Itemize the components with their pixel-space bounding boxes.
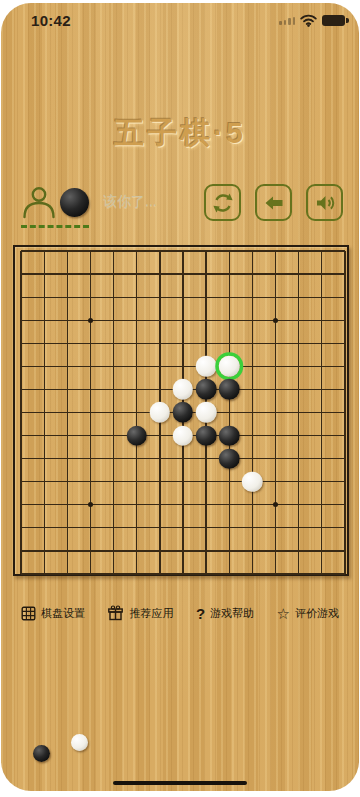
board-cell[interactable]: [125, 401, 148, 424]
battery-icon: [322, 15, 345, 26]
board-cell[interactable]: [333, 424, 356, 447]
board-cell[interactable]: [218, 263, 241, 286]
board-cell[interactable]: [310, 240, 333, 263]
board-cell[interactable]: [171, 263, 194, 286]
board-cell[interactable]: [264, 493, 287, 516]
board-cell[interactable]: [102, 286, 125, 309]
board-cell[interactable]: [10, 240, 33, 263]
board-cell[interactable]: [264, 447, 287, 470]
board-cell[interactable]: [241, 378, 264, 401]
board-cell[interactable]: [171, 401, 194, 424]
status-bar: 10:42: [1, 10, 359, 30]
current-player-indicator: [21, 184, 89, 228]
board-cell[interactable]: [102, 332, 125, 355]
board-cell[interactable]: [33, 240, 56, 263]
board-cell[interactable]: [195, 286, 218, 309]
board-cell[interactable]: [171, 378, 194, 401]
black-stone: [173, 402, 194, 423]
board-cell[interactable]: [125, 378, 148, 401]
board-cell[interactable]: [33, 355, 56, 378]
board-cell[interactable]: [33, 516, 56, 539]
board-cell[interactable]: [333, 240, 356, 263]
board-cell[interactable]: [33, 401, 56, 424]
board-cell[interactable]: [56, 309, 79, 332]
board-cell[interactable]: [125, 240, 148, 263]
board-cell[interactable]: [310, 263, 333, 286]
board-cell[interactable]: [10, 447, 33, 470]
board-cell[interactable]: [102, 516, 125, 539]
board-cell[interactable]: [264, 470, 287, 493]
board-cell[interactable]: [56, 286, 79, 309]
board-cell[interactable]: [310, 401, 333, 424]
board-cell[interactable]: [56, 562, 79, 585]
board-cell[interactable]: [10, 516, 33, 539]
board-cell[interactable]: [264, 286, 287, 309]
board-cell[interactable]: [333, 493, 356, 516]
board-cell[interactable]: [10, 562, 33, 585]
board-cell[interactable]: [218, 493, 241, 516]
board-cell[interactable]: [148, 355, 171, 378]
board-cell[interactable]: [218, 355, 241, 378]
board-cell[interactable]: [33, 309, 56, 332]
board-cell[interactable]: [171, 493, 194, 516]
board-grid: [10, 240, 357, 586]
board-cell[interactable]: [264, 401, 287, 424]
board-cell[interactable]: [79, 378, 102, 401]
toolbar-label: 推荐应用: [129, 606, 173, 621]
black-stone: [219, 425, 240, 446]
white-stone-last-move: [219, 356, 240, 377]
board-cell[interactable]: [264, 424, 287, 447]
board-cell[interactable]: [33, 493, 56, 516]
board-cell[interactable]: [79, 309, 102, 332]
board-cell[interactable]: [79, 470, 102, 493]
board-cell[interactable]: [102, 539, 125, 562]
board-cell[interactable]: [333, 562, 356, 585]
black-stone: [219, 448, 240, 469]
board-cell[interactable]: [125, 562, 148, 585]
board-cell[interactable]: [310, 309, 333, 332]
board-cell[interactable]: [333, 516, 356, 539]
black-stone: [196, 379, 217, 400]
toolbar-label: 游戏帮助: [210, 606, 254, 621]
gomoku-board: [13, 245, 349, 576]
board-cell[interactable]: [56, 424, 79, 447]
board-cell[interactable]: [310, 378, 333, 401]
board-cell[interactable]: [125, 332, 148, 355]
board-cell[interactable]: [333, 332, 356, 355]
board-cell[interactable]: [102, 447, 125, 470]
board-cell[interactable]: [310, 562, 333, 585]
board-settings-button[interactable]: 棋盘设置: [21, 606, 85, 621]
board-cell[interactable]: [56, 401, 79, 424]
board-cell[interactable]: [33, 263, 56, 286]
board-cell[interactable]: [287, 424, 310, 447]
board-cell[interactable]: [195, 355, 218, 378]
board-cell[interactable]: [102, 309, 125, 332]
board-cell[interactable]: [79, 516, 102, 539]
board-cell[interactable]: [56, 516, 79, 539]
board-cell[interactable]: [195, 562, 218, 585]
board-cell[interactable]: [10, 332, 33, 355]
undo-button[interactable]: [255, 184, 292, 221]
board-cell[interactable]: [148, 286, 171, 309]
board-cell[interactable]: [102, 562, 125, 585]
board-cell[interactable]: [56, 263, 79, 286]
board-cell[interactable]: [241, 309, 264, 332]
board-cell[interactable]: [56, 539, 79, 562]
board-cell[interactable]: [10, 493, 33, 516]
board-cell[interactable]: [264, 355, 287, 378]
board-cell[interactable]: [241, 240, 264, 263]
board-cell[interactable]: [218, 447, 241, 470]
black-stone: [126, 425, 147, 446]
board-cell[interactable]: [102, 240, 125, 263]
board-cell[interactable]: [241, 424, 264, 447]
board-cell[interactable]: [10, 539, 33, 562]
board-cell[interactable]: [148, 493, 171, 516]
board-cell[interactable]: [241, 263, 264, 286]
board-cell[interactable]: [125, 447, 148, 470]
board-cell[interactable]: [148, 447, 171, 470]
board-cell[interactable]: [195, 447, 218, 470]
board-cell[interactable]: [33, 286, 56, 309]
white-stone: [242, 471, 263, 492]
board-cell[interactable]: [333, 539, 356, 562]
board-cell[interactable]: [33, 447, 56, 470]
board-cell[interactable]: [333, 286, 356, 309]
board-cell[interactable]: [218, 378, 241, 401]
board-settings-icon: [21, 606, 36, 621]
board-cell[interactable]: [241, 493, 264, 516]
board-cell[interactable]: [287, 263, 310, 286]
board-cell[interactable]: [287, 240, 310, 263]
board-cell[interactable]: [264, 378, 287, 401]
board-cell[interactable]: [56, 355, 79, 378]
board-cell[interactable]: [195, 516, 218, 539]
board-cell[interactable]: [241, 516, 264, 539]
screenshot-root: 10:42 五子棋·5: [0, 0, 360, 797]
board-cell[interactable]: [148, 263, 171, 286]
board-cell[interactable]: [79, 240, 102, 263]
board-cell[interactable]: [218, 240, 241, 263]
board-cell[interactable]: [333, 355, 356, 378]
bottom-toolbar: 棋盘设置 推荐应用 ? 游戏帮助 ☆: [1, 600, 359, 626]
board-cell[interactable]: [125, 424, 148, 447]
user-icon: [21, 184, 57, 220]
board-cell[interactable]: [195, 332, 218, 355]
board-cell[interactable]: [171, 516, 194, 539]
board-cell[interactable]: [287, 516, 310, 539]
board-cell[interactable]: [148, 424, 171, 447]
board-cell[interactable]: [241, 539, 264, 562]
board-cell[interactable]: [125, 263, 148, 286]
board-cell[interactable]: [10, 470, 33, 493]
board-cell[interactable]: [10, 378, 33, 401]
gift-icon: [107, 605, 124, 621]
board-cell[interactable]: [195, 378, 218, 401]
board-cell[interactable]: [287, 286, 310, 309]
board-cell[interactable]: [264, 309, 287, 332]
board-cell[interactable]: [102, 470, 125, 493]
board-cell[interactable]: [148, 470, 171, 493]
board-cell[interactable]: [56, 470, 79, 493]
rate-game-button[interactable]: ☆ 评价游戏: [277, 606, 339, 621]
toolbar-label: 评价游戏: [295, 606, 339, 621]
board-cell[interactable]: [333, 401, 356, 424]
board-cell[interactable]: [148, 562, 171, 585]
board-cell[interactable]: [287, 332, 310, 355]
board-cell[interactable]: [171, 562, 194, 585]
board-cell[interactable]: [218, 286, 241, 309]
board-cell[interactable]: [79, 332, 102, 355]
board-cell[interactable]: [79, 263, 102, 286]
speaker-icon: [313, 191, 337, 215]
board-cell[interactable]: [171, 470, 194, 493]
board-cell[interactable]: [310, 447, 333, 470]
board-cell[interactable]: [333, 263, 356, 286]
board-cell[interactable]: [264, 539, 287, 562]
board-cell[interactable]: [56, 332, 79, 355]
board-cell[interactable]: [287, 355, 310, 378]
board-cell[interactable]: [287, 562, 310, 585]
board-cell[interactable]: [125, 470, 148, 493]
board-cell[interactable]: [79, 539, 102, 562]
board-cell[interactable]: [79, 401, 102, 424]
board-cell[interactable]: [33, 562, 56, 585]
board-cell[interactable]: [33, 424, 56, 447]
board-cell[interactable]: [218, 516, 241, 539]
board-cell[interactable]: [79, 286, 102, 309]
board-cell[interactable]: [310, 424, 333, 447]
home-indicator[interactable]: [113, 781, 247, 786]
board-cell[interactable]: [287, 470, 310, 493]
board-cell[interactable]: [310, 493, 333, 516]
board-cell[interactable]: [195, 539, 218, 562]
board-cell[interactable]: [148, 240, 171, 263]
board-cell[interactable]: [195, 401, 218, 424]
board-cell[interactable]: [56, 240, 79, 263]
board-cell[interactable]: [310, 516, 333, 539]
board-cell[interactable]: [310, 286, 333, 309]
board-cell[interactable]: [148, 378, 171, 401]
app-screen: 10:42 五子棋·5: [1, 3, 359, 791]
board-cell[interactable]: [264, 263, 287, 286]
board-cell[interactable]: [287, 493, 310, 516]
clock: 10:42: [31, 12, 71, 29]
board-cell[interactable]: [287, 539, 310, 562]
board-cell[interactable]: [171, 424, 194, 447]
board-cell[interactable]: [79, 493, 102, 516]
board-cell[interactable]: [56, 378, 79, 401]
board-cell[interactable]: [10, 263, 33, 286]
board-cell[interactable]: [33, 378, 56, 401]
board-cell[interactable]: [79, 447, 102, 470]
board-cell[interactable]: [218, 309, 241, 332]
star-point: [273, 502, 278, 507]
recommended-apps-button[interactable]: 推荐应用: [107, 605, 173, 621]
board-cell[interactable]: [148, 539, 171, 562]
board-cell[interactable]: [125, 286, 148, 309]
board-cell[interactable]: [264, 516, 287, 539]
star-icon: ☆: [277, 606, 290, 621]
board-cell[interactable]: [148, 309, 171, 332]
white-stone: [196, 356, 217, 377]
restart-button[interactable]: [204, 184, 241, 221]
board-cell[interactable]: [102, 493, 125, 516]
board-cell[interactable]: [171, 240, 194, 263]
star-point: [88, 502, 93, 507]
board-cell[interactable]: [56, 447, 79, 470]
board-cell[interactable]: [33, 332, 56, 355]
board-cell[interactable]: [333, 447, 356, 470]
board-cell[interactable]: [241, 332, 264, 355]
board-cell[interactable]: [195, 470, 218, 493]
turn-status-text: 该你了...: [103, 193, 157, 211]
status-icons: [279, 14, 345, 27]
game-help-button[interactable]: ? 游戏帮助: [196, 606, 254, 621]
board-cell[interactable]: [333, 470, 356, 493]
board-cell[interactable]: [10, 424, 33, 447]
board-cell[interactable]: [195, 309, 218, 332]
board-cell[interactable]: [218, 562, 241, 585]
board-cell[interactable]: [102, 355, 125, 378]
board-cell[interactable]: [195, 493, 218, 516]
board-cell[interactable]: [287, 309, 310, 332]
board-cell[interactable]: [310, 332, 333, 355]
board-cell[interactable]: [171, 539, 194, 562]
board-cell[interactable]: [56, 493, 79, 516]
board-cell[interactable]: [148, 401, 171, 424]
board-cell[interactable]: [241, 355, 264, 378]
wifi-icon: [300, 14, 317, 27]
board-cell[interactable]: [102, 378, 125, 401]
board-cell[interactable]: [102, 424, 125, 447]
board-cell[interactable]: [333, 378, 356, 401]
board-cell[interactable]: [10, 401, 33, 424]
board-cell[interactable]: [125, 355, 148, 378]
board-cell[interactable]: [241, 286, 264, 309]
board-cell[interactable]: [79, 424, 102, 447]
board-cell[interactable]: [125, 539, 148, 562]
board-cell[interactable]: [287, 447, 310, 470]
board-cell[interactable]: [33, 539, 56, 562]
white-stone: [173, 425, 194, 446]
board-cell[interactable]: [310, 355, 333, 378]
white-stone: [196, 402, 217, 423]
board-cell[interactable]: [310, 539, 333, 562]
board-cell[interactable]: [287, 401, 310, 424]
decorative-black-stone: [33, 745, 50, 762]
board-cell[interactable]: [218, 401, 241, 424]
board-cell[interactable]: [171, 355, 194, 378]
white-stone: [173, 379, 194, 400]
board-cell[interactable]: [10, 309, 33, 332]
toolbar-label: 棋盘设置: [41, 606, 85, 621]
black-stone: [219, 379, 240, 400]
signal-icon: [279, 16, 295, 25]
game-controls: [204, 184, 343, 221]
board-cell[interactable]: [333, 309, 356, 332]
board-cell[interactable]: [241, 562, 264, 585]
board-cell[interactable]: [33, 470, 56, 493]
page-title: 五子棋·5: [1, 113, 359, 154]
board-cell[interactable]: [218, 332, 241, 355]
black-stone: [196, 425, 217, 446]
board-cell[interactable]: [218, 424, 241, 447]
board-cell[interactable]: [310, 470, 333, 493]
board-cell[interactable]: [171, 309, 194, 332]
player-stone-black: [60, 188, 89, 217]
player-panel: 该你了...: [21, 184, 343, 228]
board-cell[interactable]: [195, 424, 218, 447]
board-cell[interactable]: [264, 332, 287, 355]
board-cell[interactable]: [171, 332, 194, 355]
board-cell[interactable]: [241, 401, 264, 424]
board-cell[interactable]: [10, 286, 33, 309]
board-cell[interactable]: [264, 240, 287, 263]
board-cell[interactable]: [79, 355, 102, 378]
board-cell[interactable]: [241, 447, 264, 470]
board-cell[interactable]: [148, 516, 171, 539]
board-cell[interactable]: [125, 516, 148, 539]
sound-button[interactable]: [306, 184, 343, 221]
white-stone: [150, 402, 171, 423]
decorative-white-stone: [71, 734, 88, 751]
board-cell[interactable]: [79, 562, 102, 585]
question-mark-icon: ?: [196, 606, 205, 621]
board-cell[interactable]: [171, 286, 194, 309]
board-cell[interactable]: [195, 240, 218, 263]
board-cell[interactable]: [218, 470, 241, 493]
restart-icon: [211, 191, 235, 215]
board-cell[interactable]: [125, 309, 148, 332]
star-point: [88, 318, 93, 323]
board-cell[interactable]: [102, 401, 125, 424]
board-cell[interactable]: [102, 263, 125, 286]
board-cell[interactable]: [171, 447, 194, 470]
board-cell[interactable]: [264, 562, 287, 585]
board-cell[interactable]: [287, 378, 310, 401]
board-cell[interactable]: [218, 539, 241, 562]
undo-arrow-icon: [262, 191, 286, 215]
board-cell[interactable]: [125, 493, 148, 516]
star-point: [273, 318, 278, 323]
board-cell[interactable]: [148, 332, 171, 355]
board-cell[interactable]: [10, 355, 33, 378]
board-cell[interactable]: [241, 470, 264, 493]
board-cell[interactable]: [195, 263, 218, 286]
